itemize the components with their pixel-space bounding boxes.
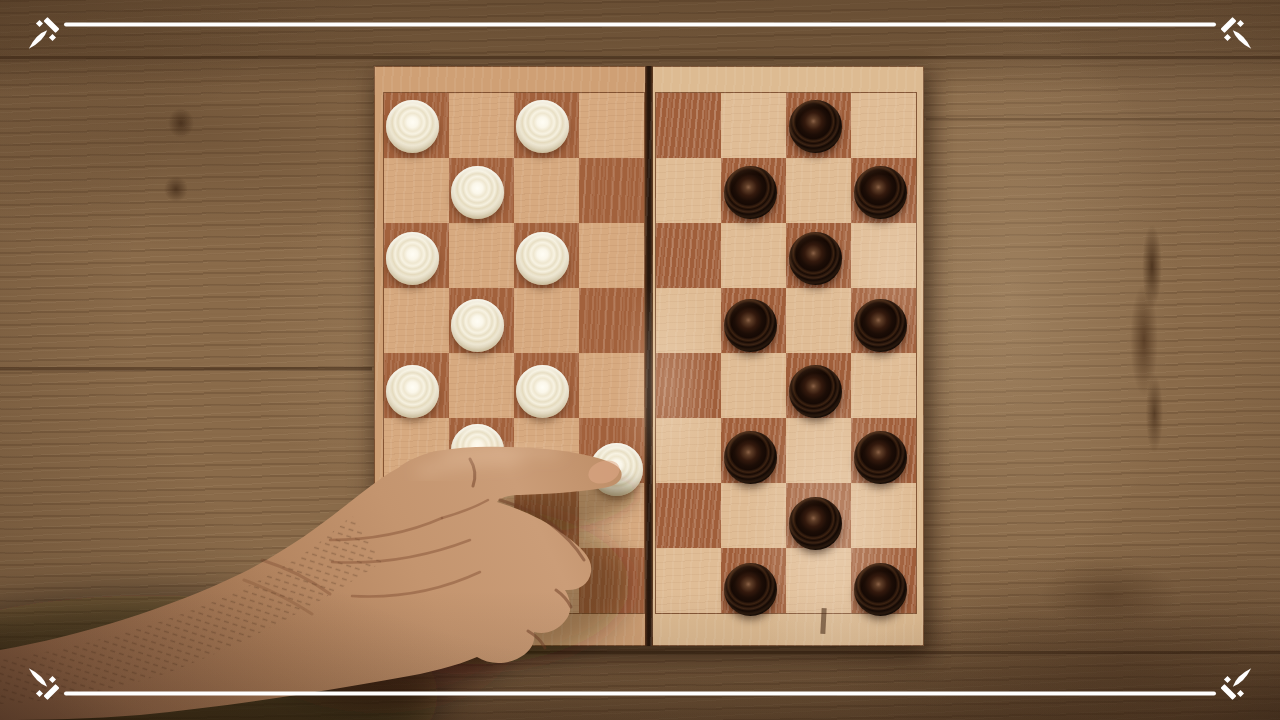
- dark-piece-r3c5[interactable]: [724, 299, 777, 352]
- dark-piece-r7c7[interactable]: [854, 563, 907, 616]
- dark-piece-r7c5[interactable]: [724, 563, 777, 616]
- dark-piece-r5c7[interactable]: [854, 431, 907, 484]
- dark-piece-r3c7[interactable]: [854, 299, 907, 352]
- pieces-layer: [0, 0, 1280, 720]
- white-piece-r4c2[interactable]: [516, 365, 569, 418]
- dark-piece-r5c5[interactable]: [724, 431, 777, 484]
- white-piece-r1c1[interactable]: [451, 166, 504, 219]
- white-piece-r3c1[interactable]: [451, 299, 504, 352]
- white-piece-r5c3[interactable]: [590, 443, 643, 496]
- dark-piece-r1c7[interactable]: [854, 166, 907, 219]
- white-piece-r2c2[interactable]: [516, 232, 569, 285]
- white-piece-r4c0[interactable]: [386, 365, 439, 418]
- white-piece-r0c0[interactable]: [386, 100, 439, 153]
- white-piece-r2c0[interactable]: [386, 232, 439, 285]
- dark-piece-r4c6[interactable]: [789, 365, 842, 418]
- dark-piece-r2c6[interactable]: [789, 232, 842, 285]
- white-piece-r0c2[interactable]: [516, 100, 569, 153]
- dark-piece-r0c6[interactable]: [789, 100, 842, 153]
- dark-piece-r6c6[interactable]: [789, 497, 842, 550]
- white-piece-r5c1[interactable]: [451, 424, 504, 477]
- dark-piece-r1c5[interactable]: [724, 166, 777, 219]
- scene: [0, 0, 1280, 720]
